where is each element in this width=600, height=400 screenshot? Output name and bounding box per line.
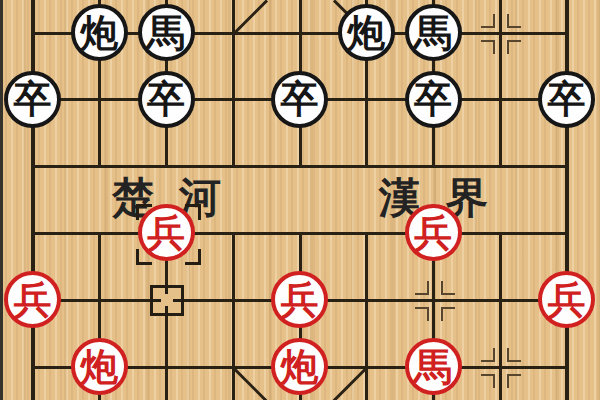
grid-line-file [232, 232, 235, 400]
screen-edge-strip [0, 0, 3, 400]
last-move-from-stub [165, 306, 168, 314]
piece-red-horse[interactable]: 馬 [405, 338, 462, 395]
piece-red-soldier[interactable]: 兵 [138, 204, 195, 261]
star-point-marker [481, 14, 495, 28]
star-point-marker [507, 348, 521, 362]
piece-red-cannon[interactable]: 炮 [271, 338, 328, 395]
piece-black-soldier[interactable]: 卒 [271, 71, 328, 128]
palace-diagonal [233, 0, 268, 34]
last-move-from-stub [173, 299, 181, 302]
grid-line-file-edge [31, 0, 35, 400]
star-point-marker [507, 374, 521, 388]
last-move-from-stub [153, 299, 161, 302]
palace-diagonal [332, 366, 367, 400]
last-move-from-stub [165, 286, 168, 294]
star-point-marker [507, 40, 521, 54]
piece-black-soldier[interactable]: 卒 [538, 71, 595, 128]
star-point-marker [415, 307, 429, 321]
grid-line-file [499, 232, 502, 400]
star-point-marker [481, 40, 495, 54]
piece-red-soldier[interactable]: 兵 [538, 271, 595, 328]
piece-red-soldier[interactable]: 兵 [4, 271, 61, 328]
piece-black-soldier[interactable]: 卒 [4, 71, 61, 128]
grid-line-file [365, 232, 368, 400]
piece-red-soldier[interactable]: 兵 [271, 271, 328, 328]
piece-red-cannon[interactable]: 炮 [71, 338, 128, 395]
star-point-marker [441, 307, 455, 321]
star-point-marker [507, 14, 521, 28]
grid-line-file [232, 0, 235, 168]
star-point-marker [441, 281, 455, 295]
piece-black-soldier[interactable]: 卒 [138, 71, 195, 128]
star-point-marker [481, 374, 495, 388]
grid-line-file-edge [565, 0, 569, 400]
palace-diagonal [232, 366, 267, 400]
piece-black-soldier[interactable]: 卒 [405, 71, 462, 128]
piece-black-horse[interactable]: 馬 [405, 4, 462, 61]
xiangqi-board: 楚河漢界 炮馬炮馬卒卒卒卒卒兵兵兵兵兵炮炮馬 [0, 0, 600, 400]
star-point-marker [415, 281, 429, 295]
grid-line-file [499, 0, 502, 168]
star-point-marker [481, 348, 495, 362]
piece-red-soldier[interactable]: 兵 [405, 204, 462, 261]
piece-black-cannon[interactable]: 炮 [338, 4, 395, 61]
piece-black-cannon[interactable]: 炮 [71, 4, 128, 61]
piece-black-horse[interactable]: 馬 [138, 4, 195, 61]
